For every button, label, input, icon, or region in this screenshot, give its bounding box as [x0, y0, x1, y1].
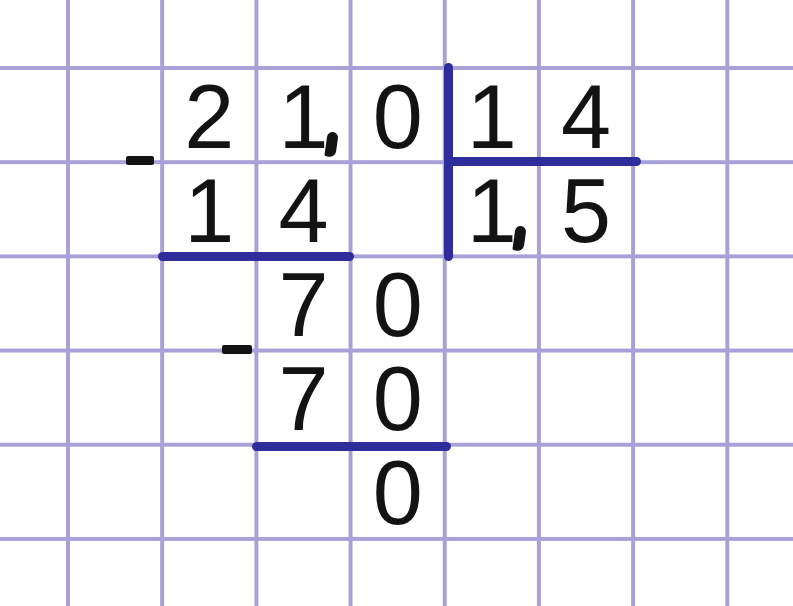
minus-sign-2 — [222, 345, 252, 354]
division-bracket-horizontal-line — [444, 157, 641, 166]
minus-sign-1 — [126, 156, 154, 165]
marks-layer — [0, 0, 793, 606]
subtraction-underline-2 — [252, 442, 451, 451]
squared-paper-board: 21014141570700 — [0, 0, 793, 606]
subtraction-underline-1 — [158, 252, 354, 261]
